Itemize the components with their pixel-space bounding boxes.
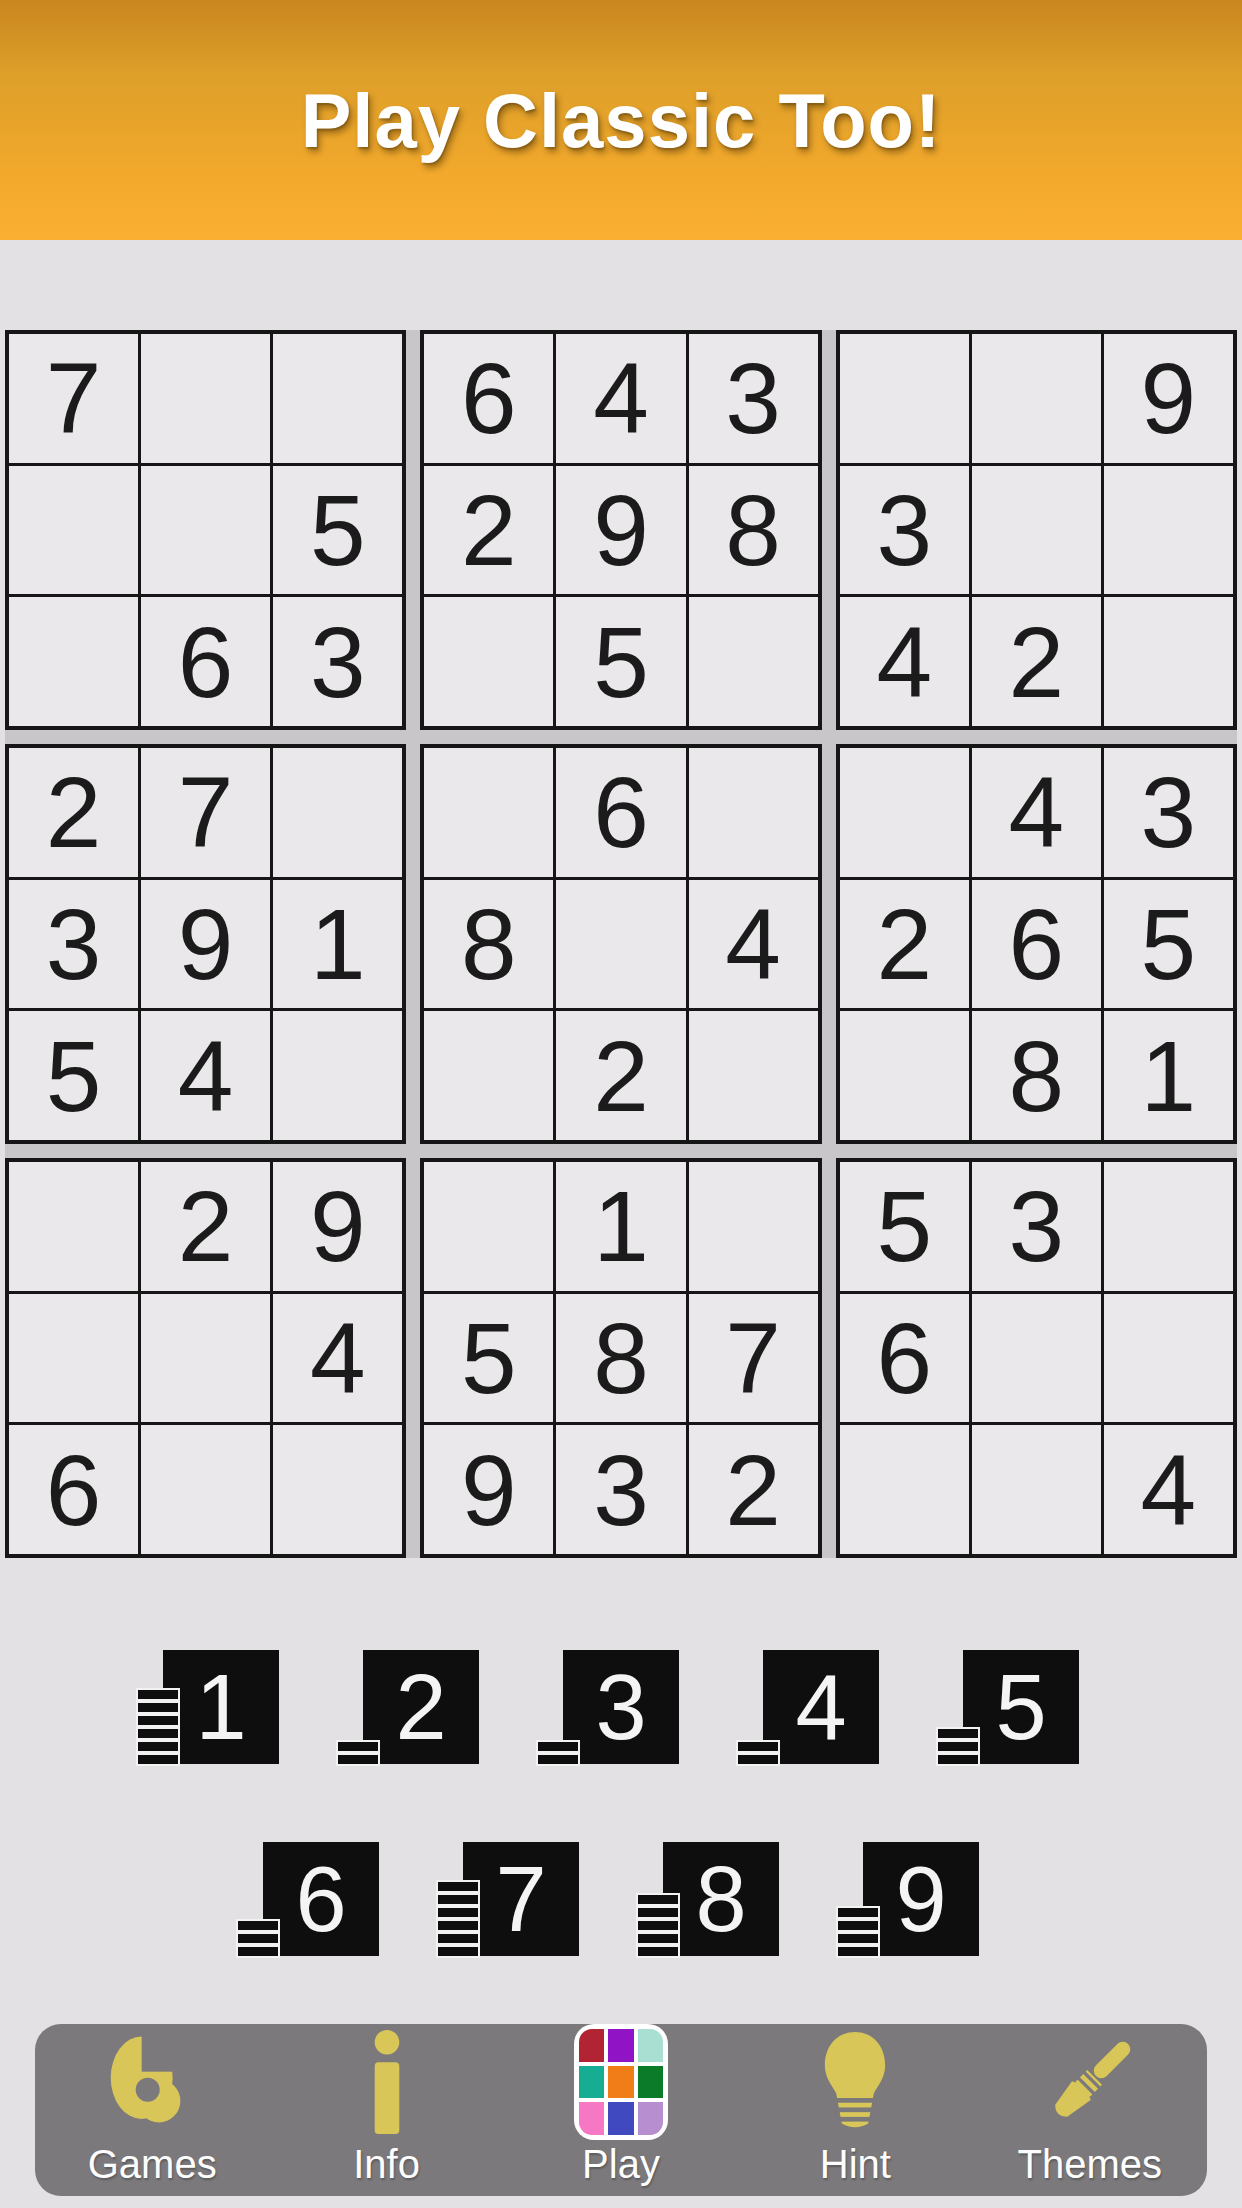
remaining-stack [736,1740,780,1766]
cell-r7c5[interactable]: 1 [556,1162,685,1291]
stack-segment [336,1753,380,1766]
stack-segment [636,1893,680,1906]
cell-r4c5[interactable]: 6 [556,748,685,877]
cell-r9c2[interactable] [141,1425,270,1554]
stack-segment [936,1753,980,1766]
remaining-stack [236,1919,280,1958]
cell-r7c9[interactable] [1104,1162,1233,1291]
toolbar-label: Info [353,2142,420,2186]
cell-r5c1[interactable]: 3 [9,880,138,1009]
digit-button-6[interactable]: 6 [263,1842,379,1956]
stack-segment [736,1740,780,1753]
info-icon [368,2024,406,2140]
themes-icon [1042,2024,1138,2140]
stack-segment [136,1753,180,1766]
toolbar-item-info[interactable]: Info [269,2024,503,2196]
cell-r8c5[interactable]: 8 [556,1294,685,1423]
stack-segment [936,1727,980,1740]
digit-label: 3 [595,1661,646,1753]
remaining-stack [936,1727,980,1766]
numpad-row-1: 12345 [0,1650,1242,1764]
cell-r6c3[interactable] [273,1011,402,1140]
stack-segment [436,1932,480,1945]
play-icon-tile [608,2066,633,2099]
box-2-2: 5364 [836,1158,1237,1558]
cell-r7c4[interactable] [424,1162,553,1291]
cell-r6c6[interactable] [689,1011,818,1140]
cell-r3c5[interactable]: 5 [556,597,685,726]
cell-r2c1[interactable] [9,466,138,595]
cell-r5c8[interactable]: 6 [972,880,1101,1009]
cell-r4c7[interactable] [840,748,969,877]
remaining-stack [336,1740,380,1766]
digit-button-7[interactable]: 7 [463,1842,579,1956]
digit-button-3[interactable]: 3 [563,1650,679,1764]
cell-r9c5[interactable]: 3 [556,1425,685,1554]
cell-r4c2[interactable]: 7 [141,748,270,877]
play-icon-tile [579,2029,604,2062]
stack-segment [236,1945,280,1958]
stack-segment [636,1945,680,1958]
stack-segment [236,1932,280,1945]
remaining-stack [836,1906,880,1958]
cell-r8c4[interactable]: 5 [424,1294,553,1423]
cell-r8c9[interactable] [1104,1294,1233,1423]
toolbar-label: Hint [820,2142,891,2186]
stack-segment [536,1740,580,1753]
cell-r9c7[interactable] [840,1425,969,1554]
remaining-stack [536,1740,580,1766]
cell-r6c7[interactable] [840,1011,969,1140]
toolbar-label: Games [88,2142,217,2186]
cell-r8c1[interactable] [9,1294,138,1423]
cell-r3c2[interactable]: 6 [141,597,270,726]
digit-label: 4 [795,1661,846,1753]
cell-r9c6[interactable]: 2 [689,1425,818,1554]
cell-r8c8[interactable] [972,1294,1101,1423]
cell-r7c8[interactable]: 3 [972,1162,1101,1291]
cell-r3c9[interactable] [1104,597,1233,726]
cell-r5c5[interactable] [556,880,685,1009]
cell-r3c6[interactable] [689,597,818,726]
cell-r2c9[interactable] [1104,466,1233,595]
cell-r9c1[interactable]: 6 [9,1425,138,1554]
stack-segment [536,1753,580,1766]
toolbar-label: Play [582,2142,660,2186]
cell-r3c8[interactable]: 2 [972,597,1101,726]
cell-r3c4[interactable] [424,597,553,726]
stack-segment [336,1740,380,1753]
stack-segment [136,1701,180,1714]
cell-r5c9[interactable]: 5 [1104,880,1233,1009]
remaining-stack [636,1893,680,1958]
digit-label: 6 [295,1853,346,1945]
banner: Play Classic Too! [0,0,1242,240]
box-2-0: 2946 [5,1158,406,1558]
stack-segment [236,1919,280,1932]
cell-r1c5[interactable]: 4 [556,334,685,463]
toolbar-item-themes[interactable]: Themes [973,2024,1207,2196]
digit-label: 7 [495,1853,546,1945]
stack-segment [136,1688,180,1701]
stack-segment [936,1740,980,1753]
cell-r6c8[interactable]: 8 [972,1011,1101,1140]
box-0-0: 7563 [5,330,406,730]
games-icon [109,2024,195,2140]
cell-r3c1[interactable] [9,597,138,726]
digit-label: 2 [395,1661,446,1753]
cell-r1c2[interactable] [141,334,270,463]
cell-r6c9[interactable]: 1 [1104,1011,1233,1140]
digit-label: 9 [895,1853,946,1945]
cell-r4c3[interactable] [273,748,402,877]
box-0-1: 6432985 [420,330,821,730]
cell-r2c7[interactable]: 3 [840,466,969,595]
stack-segment [136,1740,180,1753]
box-1-1: 6842 [420,744,821,1144]
play-icon-tile [638,2102,663,2135]
cell-r2c4[interactable]: 2 [424,466,553,595]
stack-segment [836,1919,880,1932]
play-icon-tile [608,2102,633,2135]
cell-r8c6[interactable]: 7 [689,1294,818,1423]
cell-r1c7[interactable] [840,334,969,463]
cell-r6c2[interactable]: 4 [141,1011,270,1140]
box-2-1: 1587932 [420,1158,821,1558]
cell-r1c8[interactable] [972,334,1101,463]
cell-r5c4[interactable]: 8 [424,880,553,1009]
cell-r4c6[interactable] [689,748,818,877]
cell-r1c1[interactable]: 7 [9,334,138,463]
cell-r1c4[interactable]: 6 [424,334,553,463]
digit-button-2[interactable]: 2 [363,1650,479,1764]
cell-r5c2[interactable]: 9 [141,880,270,1009]
play-icon-tile [579,2102,604,2135]
stack-segment [736,1753,780,1766]
stack-segment [836,1932,880,1945]
sudoku-board: 7563643298593422739154684243265812946158… [5,330,1237,1558]
stack-segment [436,1906,480,1919]
cell-r7c6[interactable] [689,1162,818,1291]
digit-label: 5 [995,1661,1046,1753]
numpad-row-2: 6789 [0,1842,1242,1956]
bottom-toolbar: Games Info Play Hint [35,2024,1207,2196]
cell-r6c5[interactable]: 2 [556,1011,685,1140]
digit-button-5[interactable]: 5 [963,1650,1079,1764]
stack-segment [436,1945,480,1958]
stack-segment [636,1919,680,1932]
cell-r6c1[interactable]: 5 [9,1011,138,1140]
cell-r7c7[interactable]: 5 [840,1162,969,1291]
cell-r4c8[interactable]: 4 [972,748,1101,877]
remaining-stack [436,1880,480,1958]
digit-button-1[interactable]: 1 [163,1650,279,1764]
cell-r9c9[interactable]: 4 [1104,1425,1233,1554]
cell-r2c3[interactable]: 5 [273,466,402,595]
cell-r8c2[interactable] [141,1294,270,1423]
cell-r4c9[interactable]: 3 [1104,748,1233,877]
stack-segment [136,1727,180,1740]
cell-r4c1[interactable]: 2 [9,748,138,877]
cell-r5c3[interactable]: 1 [273,880,402,1009]
play-icon-tile [579,2066,604,2099]
box-0-2: 9342 [836,330,1237,730]
digit-button-4[interactable]: 4 [763,1650,879,1764]
cell-r6c4[interactable] [424,1011,553,1140]
remaining-stack [136,1688,180,1766]
play-icon-tile [638,2029,663,2062]
play-icon [574,2024,668,2140]
digit-label: 1 [195,1661,246,1753]
cell-r1c6[interactable]: 3 [689,334,818,463]
cell-r7c1[interactable] [9,1162,138,1291]
cell-r5c6[interactable]: 4 [689,880,818,1009]
stack-segment [436,1919,480,1932]
cell-r3c3[interactable]: 3 [273,597,402,726]
digit-button-9[interactable]: 9 [863,1842,979,1956]
cell-r2c6[interactable]: 8 [689,466,818,595]
number-pad: 123456789 [0,1650,1242,1956]
play-icon-tile [608,2029,633,2062]
banner-title: Play Classic Too! [301,77,942,164]
cell-r9c8[interactable] [972,1425,1101,1554]
digit-label: 8 [695,1853,746,1945]
stack-segment [436,1880,480,1893]
box-1-0: 2739154 [5,744,406,1144]
cell-r9c3[interactable] [273,1425,402,1554]
stack-segment [836,1945,880,1958]
cell-r1c9[interactable]: 9 [1104,334,1233,463]
cell-r2c5[interactable]: 9 [556,466,685,595]
stack-segment [136,1714,180,1727]
cell-r9c4[interactable]: 9 [424,1425,553,1554]
stack-segment [636,1932,680,1945]
toolbar-item-hint[interactable]: Hint [738,2024,972,2196]
cell-r2c2[interactable] [141,466,270,595]
cell-r3c7[interactable]: 4 [840,597,969,726]
toolbar-item-games[interactable]: Games [35,2024,269,2196]
cell-r8c7[interactable]: 6 [840,1294,969,1423]
cell-r7c2[interactable]: 2 [141,1162,270,1291]
digit-button-8[interactable]: 8 [663,1842,779,1956]
play-icon-tile [638,2066,663,2099]
cell-r8c3[interactable]: 4 [273,1294,402,1423]
stack-segment [636,1906,680,1919]
cell-r4c4[interactable] [424,748,553,877]
cell-r5c7[interactable]: 2 [840,880,969,1009]
box-1-2: 4326581 [836,744,1237,1144]
toolbar-item-play[interactable]: Play [504,2024,738,2196]
cell-r2c8[interactable] [972,466,1101,595]
stack-segment [836,1906,880,1919]
toolbar-label: Themes [1018,2142,1163,2186]
hint-icon [822,2024,888,2140]
cell-r7c3[interactable]: 9 [273,1162,402,1291]
cell-r1c3[interactable] [273,334,402,463]
stack-segment [436,1893,480,1906]
